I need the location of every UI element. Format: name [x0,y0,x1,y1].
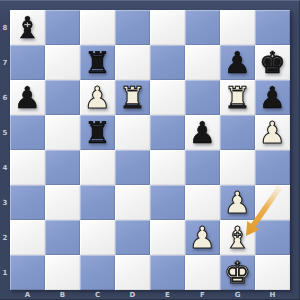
square-a2[interactable] [10,220,45,255]
black-king-h7[interactable]: ♚ [259,48,286,78]
black-rook-c7[interactable]: ♜ [84,48,111,78]
black-pawn-g7[interactable]: ♟ [224,48,251,78]
square-f4[interactable] [185,150,220,185]
white-rook-d6[interactable]: ♜ [119,83,146,113]
rank-label-5: 5 [0,115,10,150]
file-label-f: F [185,290,220,300]
square-a3[interactable] [10,185,45,220]
square-h1[interactable] [255,255,290,290]
square-g6[interactable]: ♜ [220,80,255,115]
white-pawn-c6[interactable]: ♟ [84,83,111,113]
rank-label-8: 8 [0,10,10,45]
square-e4[interactable] [150,150,185,185]
square-b4[interactable] [45,150,80,185]
white-pawn-g3[interactable]: ♟ [224,188,251,218]
square-h3[interactable] [255,185,290,220]
square-b5[interactable] [45,115,80,150]
square-a8[interactable]: ♝ [10,10,45,45]
square-b1[interactable] [45,255,80,290]
rank-label-3: 3 [0,185,10,220]
square-e7[interactable] [150,45,185,80]
black-bishop-a8[interactable]: ♝ [14,13,41,43]
black-pawn-a6[interactable]: ♟ [14,83,41,113]
square-h8[interactable] [255,10,290,45]
square-d5[interactable] [115,115,150,150]
square-c3[interactable] [80,185,115,220]
file-label-h: H [255,290,290,300]
square-g4[interactable] [220,150,255,185]
square-h7[interactable]: ♚ [255,45,290,80]
black-pawn-h6[interactable]: ♟ [259,83,286,113]
square-a5[interactable] [10,115,45,150]
square-g5[interactable] [220,115,255,150]
white-bishop-g2[interactable]: ♝ [224,223,251,253]
square-f6[interactable] [185,80,220,115]
square-d7[interactable] [115,45,150,80]
square-e1[interactable] [150,255,185,290]
square-e2[interactable] [150,220,185,255]
rank-label-7: 7 [0,45,10,80]
square-e6[interactable] [150,80,185,115]
square-b6[interactable] [45,80,80,115]
black-rook-c5[interactable]: ♜ [84,118,111,148]
square-g8[interactable] [220,10,255,45]
square-g1[interactable]: ♚ [220,255,255,290]
chess-board-frame: ♝♜♟♚♟♟♜♜♟♜♟♟♟♟♝♚ 87654321 ABCDEFGH [0,0,300,300]
square-d2[interactable] [115,220,150,255]
white-pawn-f2[interactable]: ♟ [189,223,216,253]
square-e3[interactable] [150,185,185,220]
square-d1[interactable] [115,255,150,290]
square-d4[interactable] [115,150,150,185]
square-c4[interactable] [80,150,115,185]
rank-label-2: 2 [0,220,10,255]
square-d8[interactable] [115,10,150,45]
square-f7[interactable] [185,45,220,80]
square-b2[interactable] [45,220,80,255]
square-d6[interactable]: ♜ [115,80,150,115]
square-h5[interactable]: ♟ [255,115,290,150]
square-c2[interactable] [80,220,115,255]
square-g7[interactable]: ♟ [220,45,255,80]
square-e8[interactable] [150,10,185,45]
white-king-g1[interactable]: ♚ [224,258,251,288]
black-pawn-f5[interactable]: ♟ [189,118,216,148]
square-f5[interactable]: ♟ [185,115,220,150]
square-f3[interactable] [185,185,220,220]
square-f1[interactable] [185,255,220,290]
rank-label-4: 4 [0,150,10,185]
file-label-c: C [80,290,115,300]
square-c1[interactable] [80,255,115,290]
white-rook-g6[interactable]: ♜ [224,83,251,113]
square-b8[interactable] [45,10,80,45]
square-d3[interactable] [115,185,150,220]
square-a4[interactable] [10,150,45,185]
square-f8[interactable] [185,10,220,45]
square-f2[interactable]: ♟ [185,220,220,255]
file-label-a: A [10,290,45,300]
square-a6[interactable]: ♟ [10,80,45,115]
square-c8[interactable] [80,10,115,45]
square-a7[interactable] [10,45,45,80]
square-e5[interactable] [150,115,185,150]
white-pawn-h5[interactable]: ♟ [259,118,286,148]
square-g2[interactable]: ♝ [220,220,255,255]
square-c6[interactable]: ♟ [80,80,115,115]
square-b3[interactable] [45,185,80,220]
square-c7[interactable]: ♜ [80,45,115,80]
rank-label-6: 6 [0,80,10,115]
square-a1[interactable] [10,255,45,290]
square-b7[interactable] [45,45,80,80]
board: ♝♜♟♚♟♟♜♜♟♜♟♟♟♟♝♚ [10,10,290,290]
file-label-d: D [115,290,150,300]
square-h4[interactable] [255,150,290,185]
file-label-e: E [150,290,185,300]
square-c5[interactable]: ♜ [80,115,115,150]
square-h6[interactable]: ♟ [255,80,290,115]
square-g3[interactable]: ♟ [220,185,255,220]
file-label-b: B [45,290,80,300]
rank-label-1: 1 [0,255,10,290]
square-h2[interactable] [255,220,290,255]
file-label-g: G [220,290,255,300]
